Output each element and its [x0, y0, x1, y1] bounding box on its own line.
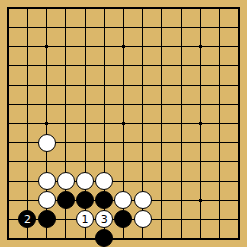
move-number-2: 2 [24, 214, 31, 225]
stone-white-5-12: 1 [76, 210, 94, 228]
stone-white-6-12: 3 [95, 210, 113, 228]
stone-black-6-11 [95, 191, 113, 209]
stone-white-6-10 [95, 172, 113, 190]
stone-black-6-13 [95, 229, 113, 247]
stone-white-7-11 [114, 191, 132, 209]
stones-layer: 213 [0, 0, 247, 247]
go-board: 213 [0, 0, 247, 247]
stone-black-5-11 [76, 191, 94, 209]
stone-black-3-12 [38, 210, 56, 228]
stone-white-8-12 [134, 210, 152, 228]
stone-white-8-11 [134, 191, 152, 209]
stone-white-3-10 [38, 172, 56, 190]
stone-white-4-10 [57, 172, 75, 190]
stone-black-2-12: 2 [18, 210, 36, 228]
move-number-1: 1 [81, 214, 88, 225]
stone-white-5-10 [76, 172, 94, 190]
stone-black-4-11 [57, 191, 75, 209]
stone-white-3-8 [38, 134, 56, 152]
stone-white-3-11 [38, 191, 56, 209]
move-number-3: 3 [101, 214, 108, 225]
stone-black-7-12 [114, 210, 132, 228]
